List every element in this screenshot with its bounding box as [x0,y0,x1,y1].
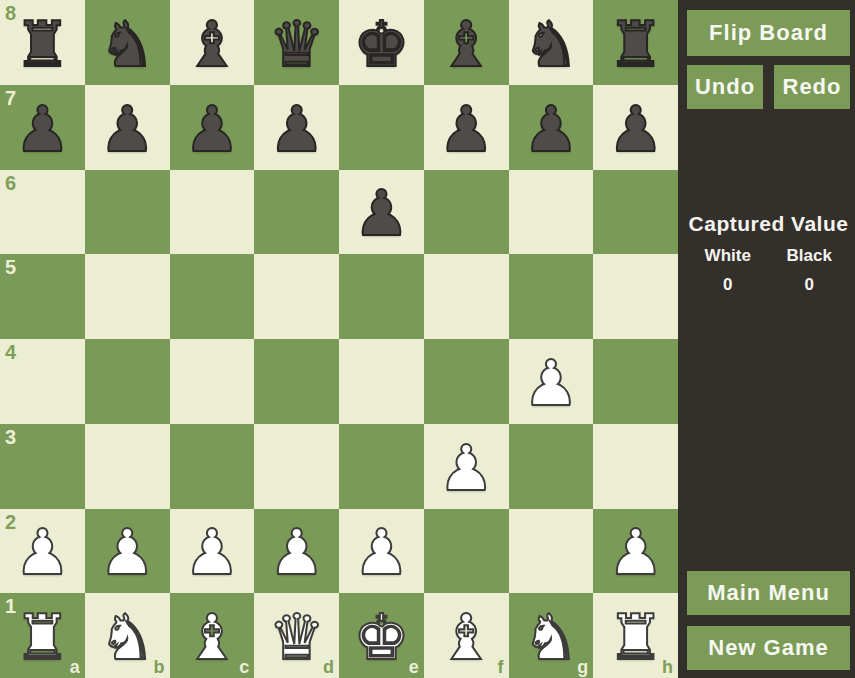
rank-label-5: 5 [5,257,16,277]
square-b6[interactable] [85,170,170,255]
square-c1[interactable]: c♝ [170,593,255,678]
square-g3[interactable] [509,424,594,509]
piece-black-bishop: ♝ [184,9,240,76]
square-a3[interactable]: 3 [0,424,85,509]
captured-black-column: Black 0 [769,246,851,295]
square-f7[interactable]: ♟ [424,85,509,170]
file-label-b: b [154,658,165,676]
file-label-g: g [577,658,588,676]
piece-white-pawn: ♟ [523,348,579,415]
square-e8[interactable]: ♚ [339,0,424,85]
square-h1[interactable]: h♜ [593,593,678,678]
square-a7[interactable]: 7♟ [0,85,85,170]
square-a8[interactable]: 8♜ [0,0,85,85]
piece-black-rook: ♜ [607,9,663,76]
chess-board: 8♜♞♝♛♚♝♞♜7♟♟♟♟♟♟♟6♟54♟3♟2♟♟♟♟♟♟1a♜b♞c♝d♛… [0,0,678,678]
square-e1[interactable]: e♚ [339,593,424,678]
captured-white-column: White 0 [687,246,769,295]
square-g7[interactable]: ♟ [509,85,594,170]
square-a5[interactable]: 5 [0,254,85,339]
piece-black-pawn: ♟ [607,94,663,161]
piece-black-pawn: ♟ [268,94,324,161]
square-a2[interactable]: 2♟ [0,509,85,594]
piece-black-bishop: ♝ [438,9,494,76]
piece-white-knight: ♞ [99,602,155,669]
rank-label-6: 6 [5,173,16,193]
piece-white-queen: ♛ [268,602,324,669]
square-d5[interactable] [254,254,339,339]
square-c5[interactable] [170,254,255,339]
main-menu-button[interactable]: Main Menu [687,571,850,615]
square-c3[interactable] [170,424,255,509]
square-e2[interactable]: ♟ [339,509,424,594]
square-c8[interactable]: ♝ [170,0,255,85]
piece-white-pawn: ♟ [14,517,70,584]
file-label-f: f [498,658,504,676]
piece-white-king: ♚ [353,602,409,669]
piece-black-pawn: ♟ [523,94,579,161]
square-f1[interactable]: f♝ [424,593,509,678]
piece-white-rook: ♜ [607,602,663,669]
file-label-h: h [662,658,673,676]
square-f2[interactable] [424,509,509,594]
sidebar: Flip Board Undo Redo Captured Value Whit… [678,0,855,678]
square-b5[interactable] [85,254,170,339]
new-game-button[interactable]: New Game [687,626,850,670]
file-label-c: c [239,658,249,676]
piece-white-bishop: ♝ [184,602,240,669]
piece-white-pawn: ♟ [99,517,155,584]
square-d3[interactable] [254,424,339,509]
square-c2[interactable]: ♟ [170,509,255,594]
file-label-a: a [70,658,80,676]
square-h7[interactable]: ♟ [593,85,678,170]
square-b8[interactable]: ♞ [85,0,170,85]
piece-black-pawn: ♟ [353,178,409,245]
rank-label-2: 2 [5,512,16,532]
rank-label-8: 8 [5,3,16,23]
square-h6[interactable] [593,170,678,255]
rank-label-1: 1 [5,596,16,616]
square-e6[interactable]: ♟ [339,170,424,255]
piece-black-knight: ♞ [99,9,155,76]
piece-white-pawn: ♟ [438,433,494,500]
piece-black-queen: ♛ [268,9,324,76]
square-b2[interactable]: ♟ [85,509,170,594]
captured-value-panel: Captured Value White 0 Black 0 [687,212,850,295]
square-f8[interactable]: ♝ [424,0,509,85]
piece-black-pawn: ♟ [438,94,494,161]
file-label-d: d [323,658,334,676]
piece-white-pawn: ♟ [353,517,409,584]
piece-white-rook: ♜ [14,602,70,669]
square-g8[interactable]: ♞ [509,0,594,85]
piece-black-rook: ♜ [14,9,70,76]
square-b1[interactable]: b♞ [85,593,170,678]
square-b3[interactable] [85,424,170,509]
piece-black-knight: ♞ [523,9,579,76]
square-a6[interactable]: 6 [0,170,85,255]
square-e7[interactable] [339,85,424,170]
square-h5[interactable] [593,254,678,339]
captured-black-value: 0 [805,275,814,295]
square-d8[interactable]: ♛ [254,0,339,85]
square-f5[interactable] [424,254,509,339]
piece-black-king: ♚ [353,9,409,76]
square-h4[interactable] [593,339,678,424]
square-b4[interactable] [85,339,170,424]
square-g1[interactable]: g♞ [509,593,594,678]
captured-white-value: 0 [723,275,732,295]
square-h8[interactable]: ♜ [593,0,678,85]
square-g4[interactable]: ♟ [509,339,594,424]
square-d6[interactable] [254,170,339,255]
flip-board-button[interactable]: Flip Board [687,10,850,56]
square-d1[interactable]: d♛ [254,593,339,678]
rank-label-3: 3 [5,427,16,447]
square-c6[interactable] [170,170,255,255]
square-d7[interactable]: ♟ [254,85,339,170]
piece-black-pawn: ♟ [14,94,70,161]
bottom-buttons: Main Menu New Game [687,571,850,670]
piece-white-knight: ♞ [523,602,579,669]
rank-label-7: 7 [5,88,16,108]
captured-white-label: White [705,246,751,266]
square-h2[interactable]: ♟ [593,509,678,594]
square-e5[interactable] [339,254,424,339]
square-f6[interactable] [424,170,509,255]
square-c4[interactable] [170,339,255,424]
square-a4[interactable]: 4 [0,339,85,424]
square-g6[interactable] [509,170,594,255]
captured-value-title: Captured Value [687,212,850,236]
square-a1[interactable]: 1a♜ [0,593,85,678]
file-label-e: e [409,658,419,676]
piece-black-pawn: ♟ [99,94,155,161]
square-d2[interactable]: ♟ [254,509,339,594]
undo-button[interactable]: Undo [687,65,763,109]
square-g5[interactable] [509,254,594,339]
piece-white-pawn: ♟ [184,517,240,584]
piece-white-pawn: ♟ [268,517,324,584]
square-d4[interactable] [254,339,339,424]
redo-button[interactable]: Redo [774,65,850,109]
rank-label-4: 4 [5,342,16,362]
undo-redo-row: Undo Redo [687,65,850,109]
piece-black-pawn: ♟ [184,94,240,161]
square-e4[interactable] [339,339,424,424]
square-h3[interactable] [593,424,678,509]
square-f4[interactable] [424,339,509,424]
square-b7[interactable]: ♟ [85,85,170,170]
square-g2[interactable] [509,509,594,594]
captured-black-label: Black [787,246,832,266]
piece-white-pawn: ♟ [607,517,663,584]
square-c7[interactable]: ♟ [170,85,255,170]
square-f3[interactable]: ♟ [424,424,509,509]
piece-white-bishop: ♝ [438,602,494,669]
square-e3[interactable] [339,424,424,509]
